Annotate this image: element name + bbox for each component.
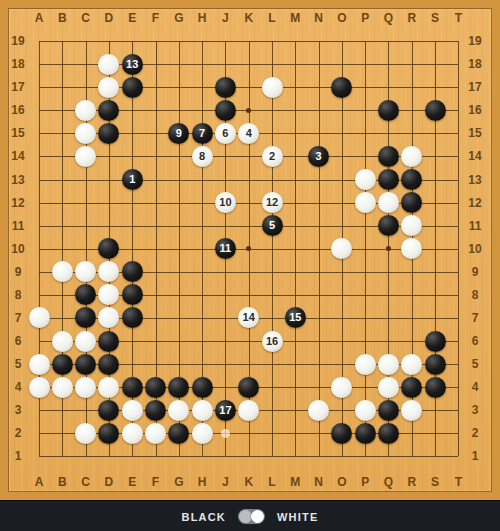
board-point[interactable] [51,76,74,99]
board-point[interactable] [400,306,423,329]
board-point[interactable] [307,76,330,99]
board-point[interactable] [447,422,470,445]
board-point[interactable] [237,145,260,168]
board-point[interactable] [284,145,307,168]
board-point[interactable] [97,237,120,260]
board-point[interactable] [51,191,74,214]
board-point[interactable] [237,283,260,306]
board-point[interactable] [144,30,167,53]
board-point[interactable] [144,122,167,145]
board-point[interactable] [74,99,97,122]
board-point[interactable] [447,99,470,122]
board-point[interactable] [284,122,307,145]
board-point[interactable] [284,422,307,445]
board-point[interactable] [423,214,446,237]
board-point[interactable] [354,399,377,422]
board-point[interactable] [97,145,120,168]
board-point[interactable] [214,376,237,399]
board-point[interactable] [144,306,167,329]
board-point[interactable] [260,422,283,445]
board-point[interactable] [167,30,190,53]
board-point[interactable] [354,237,377,260]
board-point[interactable] [97,99,120,122]
board-point[interactable] [260,237,283,260]
board-point[interactable] [423,30,446,53]
board-point[interactable] [260,399,283,422]
board-point[interactable] [190,422,213,445]
board-point[interactable] [400,445,423,468]
board-point[interactable] [400,237,423,260]
board-point[interactable] [190,214,213,237]
board-point[interactable] [74,283,97,306]
board-point[interactable] [423,122,446,145]
board-point[interactable] [214,145,237,168]
board-point[interactable] [260,283,283,306]
board-point[interactable] [284,76,307,99]
board-point[interactable] [377,122,400,145]
board-point[interactable] [51,445,74,468]
board-point[interactable] [330,330,353,353]
board-point[interactable] [51,99,74,122]
board-point[interactable] [354,422,377,445]
board-point[interactable] [400,76,423,99]
board-point[interactable] [260,76,283,99]
board-point[interactable] [423,76,446,99]
board-point[interactable] [354,76,377,99]
board-point[interactable] [423,306,446,329]
board-point[interactable] [354,168,377,191]
board-point[interactable] [167,99,190,122]
board-point[interactable] [51,260,74,283]
board-point[interactable] [330,145,353,168]
board-point[interactable] [74,145,97,168]
board-point[interactable] [237,99,260,122]
board-point[interactable] [214,168,237,191]
board-point[interactable] [190,283,213,306]
board-point[interactable] [167,306,190,329]
board-point[interactable] [144,399,167,422]
board-point[interactable] [284,214,307,237]
board-point[interactable] [307,445,330,468]
board-point[interactable] [121,30,144,53]
board-point[interactable] [214,445,237,468]
board-point[interactable] [447,122,470,145]
board-point[interactable] [27,353,50,376]
board-point[interactable] [330,122,353,145]
board-point[interactable] [237,76,260,99]
board-point[interactable] [307,376,330,399]
board-point[interactable] [423,283,446,306]
board-point[interactable] [74,30,97,53]
board-point[interactable] [330,445,353,468]
board-point[interactable]: 6 [214,122,237,145]
board-point[interactable] [400,191,423,214]
board-point[interactable] [214,99,237,122]
board-point[interactable]: 12 [260,191,283,214]
board-point[interactable] [167,353,190,376]
board-point[interactable] [330,30,353,53]
board-point[interactable] [423,53,446,76]
board-point[interactable] [121,376,144,399]
board-point[interactable] [51,306,74,329]
board-point[interactable] [190,399,213,422]
board-point[interactable] [284,445,307,468]
board-point[interactable] [400,330,423,353]
board-point[interactable] [144,168,167,191]
board-point[interactable] [214,214,237,237]
board-point[interactable] [447,353,470,376]
board-point[interactable] [27,237,50,260]
board-point[interactable] [260,30,283,53]
board-point[interactable] [423,399,446,422]
board-point[interactable] [97,168,120,191]
board-point[interactable] [51,376,74,399]
board-point[interactable] [121,214,144,237]
board-point[interactable]: 1 [121,168,144,191]
board-point[interactable] [377,53,400,76]
board-point[interactable]: 11 [214,237,237,260]
black-white-toggle[interactable] [238,509,265,524]
board-point[interactable] [97,30,120,53]
board-point[interactable] [167,399,190,422]
board-point[interactable] [354,30,377,53]
board-point[interactable] [330,306,353,329]
board-point[interactable] [51,214,74,237]
board-point[interactable] [214,76,237,99]
board-point[interactable] [27,53,50,76]
board-point[interactable] [354,330,377,353]
board-point[interactable] [400,422,423,445]
board-point[interactable] [97,445,120,468]
board-point[interactable] [121,260,144,283]
board-point[interactable] [330,260,353,283]
board-point[interactable] [121,191,144,214]
board-point[interactable] [27,306,50,329]
board-point[interactable] [377,99,400,122]
board-point[interactable] [400,260,423,283]
board-point[interactable] [284,260,307,283]
board-point[interactable] [260,445,283,468]
board-point[interactable] [447,376,470,399]
board-point[interactable] [121,99,144,122]
board-point[interactable] [121,445,144,468]
board-point[interactable] [190,260,213,283]
board-point[interactable] [400,399,423,422]
board-point[interactable] [354,306,377,329]
board-point[interactable] [400,30,423,53]
board-point[interactable] [190,376,213,399]
board-point[interactable] [260,306,283,329]
board-point[interactable] [51,237,74,260]
board-point[interactable] [400,214,423,237]
board-point[interactable] [377,330,400,353]
board-point[interactable] [74,122,97,145]
black-toggle-label[interactable]: BLACK [182,511,227,523]
board-point[interactable] [377,422,400,445]
board-point[interactable] [307,237,330,260]
board-point[interactable] [74,306,97,329]
board-point[interactable] [284,237,307,260]
board-point[interactable] [330,283,353,306]
board-point[interactable] [284,191,307,214]
board-point[interactable] [51,53,74,76]
board-point[interactable] [144,283,167,306]
board-point[interactable] [190,237,213,260]
board-point[interactable] [27,145,50,168]
board-point[interactable] [97,283,120,306]
board-point[interactable] [74,330,97,353]
board-point[interactable]: 2 [260,145,283,168]
board-point[interactable] [27,214,50,237]
board-point[interactable] [144,214,167,237]
board-point[interactable] [51,399,74,422]
board-point[interactable] [121,237,144,260]
board-point[interactable] [237,30,260,53]
board-point[interactable] [423,353,446,376]
board-point[interactable] [144,353,167,376]
board-point[interactable] [121,76,144,99]
board-point[interactable] [121,122,144,145]
board-point[interactable] [284,30,307,53]
board-point[interactable] [423,237,446,260]
board-point[interactable]: 4 [237,122,260,145]
board-point[interactable]: 8 [190,145,213,168]
board-point[interactable] [354,214,377,237]
board-point[interactable] [447,191,470,214]
board-point[interactable] [27,422,50,445]
board-point[interactable] [447,168,470,191]
board-point[interactable] [354,353,377,376]
board-point[interactable] [144,53,167,76]
board-point[interactable] [51,30,74,53]
board-point[interactable] [214,53,237,76]
board-point[interactable] [121,422,144,445]
board-point[interactable] [237,376,260,399]
board-point[interactable] [214,260,237,283]
board-point[interactable] [51,353,74,376]
board-point[interactable] [51,168,74,191]
board-point[interactable] [190,330,213,353]
board-point[interactable] [144,76,167,99]
board-point[interactable] [447,53,470,76]
board-point[interactable] [447,214,470,237]
board-point[interactable] [97,353,120,376]
board-point[interactable] [284,283,307,306]
board-point[interactable] [330,399,353,422]
board-point[interactable] [400,122,423,145]
board-point[interactable] [447,306,470,329]
board-point[interactable] [74,260,97,283]
board-point[interactable] [354,283,377,306]
board-point[interactable] [330,168,353,191]
board-point[interactable] [354,260,377,283]
board-point[interactable] [447,237,470,260]
board-point[interactable] [423,260,446,283]
board-point[interactable] [97,330,120,353]
board-point[interactable] [74,445,97,468]
board-point[interactable] [190,99,213,122]
board-point[interactable] [307,399,330,422]
board-point[interactable] [447,283,470,306]
board-point[interactable] [260,260,283,283]
board-point[interactable] [307,283,330,306]
board-point[interactable] [190,76,213,99]
board-point[interactable] [330,214,353,237]
board-point[interactable] [377,237,400,260]
board-point[interactable] [27,99,50,122]
board-point[interactable] [307,30,330,53]
board-point[interactable] [74,422,97,445]
board-point[interactable] [284,53,307,76]
board-point[interactable] [377,376,400,399]
board-point[interactable] [144,145,167,168]
board-point[interactable] [51,283,74,306]
board-point[interactable] [423,145,446,168]
board-point[interactable] [330,99,353,122]
board-point[interactable] [74,399,97,422]
board-point[interactable] [237,168,260,191]
board-point[interactable] [354,53,377,76]
board-point[interactable] [237,445,260,468]
board-point[interactable] [400,376,423,399]
board-point[interactable] [97,260,120,283]
board-point[interactable] [167,376,190,399]
board-point[interactable] [400,168,423,191]
board-point[interactable] [51,122,74,145]
board-point[interactable] [284,99,307,122]
board-point[interactable] [307,99,330,122]
board-point[interactable] [377,283,400,306]
board-point[interactable] [423,168,446,191]
board-point[interactable] [260,99,283,122]
board-point[interactable] [307,168,330,191]
board-point[interactable] [97,306,120,329]
board-point[interactable] [447,445,470,468]
board-point[interactable] [214,353,237,376]
board-point[interactable] [447,260,470,283]
board-point[interactable] [51,145,74,168]
board-point[interactable] [27,168,50,191]
white-toggle-label[interactable]: WHITE [277,511,318,523]
board-point[interactable]: 7 [190,122,213,145]
board-point[interactable] [167,445,190,468]
board-point[interactable] [423,376,446,399]
board-point[interactable] [167,214,190,237]
board-point[interactable] [51,330,74,353]
board-point[interactable] [284,330,307,353]
board-point[interactable] [214,30,237,53]
board-point[interactable] [167,168,190,191]
board-point[interactable] [27,76,50,99]
board-point[interactable]: 14 [237,306,260,329]
board-point[interactable] [74,237,97,260]
board-point[interactable] [377,76,400,99]
board-point[interactable] [447,330,470,353]
board-point[interactable] [330,191,353,214]
board-point[interactable] [423,422,446,445]
board-point[interactable] [167,260,190,283]
board-point[interactable] [400,145,423,168]
board-point[interactable] [121,399,144,422]
board-point[interactable] [260,353,283,376]
board-point[interactable] [167,53,190,76]
board-point[interactable] [400,99,423,122]
board-point[interactable] [74,76,97,99]
board-point[interactable] [167,145,190,168]
board-point[interactable] [144,260,167,283]
board-point[interactable] [330,53,353,76]
board-point[interactable] [214,330,237,353]
board-point[interactable] [377,30,400,53]
board-point[interactable] [307,353,330,376]
board-point[interactable] [237,191,260,214]
board-point[interactable]: 13 [121,53,144,76]
board-point[interactable]: 15 [284,306,307,329]
board-point[interactable] [27,399,50,422]
board-point[interactable] [400,353,423,376]
board-point[interactable] [307,191,330,214]
board-point[interactable]: 10 [214,191,237,214]
board-point[interactable] [144,191,167,214]
board-point[interactable] [97,422,120,445]
board-point[interactable] [260,53,283,76]
board-point[interactable] [167,422,190,445]
board-point[interactable] [167,237,190,260]
toggle-knob[interactable] [251,510,264,523]
board-point[interactable] [330,422,353,445]
board-point[interactable] [27,376,50,399]
board-point[interactable] [354,122,377,145]
board-point[interactable] [144,99,167,122]
board-point[interactable] [260,376,283,399]
board-point[interactable] [121,306,144,329]
board-point[interactable] [284,399,307,422]
board-point[interactable] [423,445,446,468]
board-point[interactable] [237,422,260,445]
board-point[interactable] [27,122,50,145]
board-point[interactable] [167,191,190,214]
board-point[interactable] [167,283,190,306]
board-point[interactable] [27,330,50,353]
board-point[interactable] [74,376,97,399]
board-point[interactable] [27,30,50,53]
board-point[interactable] [144,237,167,260]
board-point[interactable] [121,330,144,353]
board-point[interactable] [237,399,260,422]
board-point[interactable] [167,76,190,99]
board-point[interactable] [377,353,400,376]
board-point[interactable] [307,53,330,76]
board-point[interactable] [423,191,446,214]
board-point[interactable] [447,145,470,168]
board-point[interactable] [190,191,213,214]
board-point[interactable] [354,145,377,168]
board-point[interactable] [330,353,353,376]
board-point[interactable] [307,214,330,237]
board-point[interactable] [167,330,190,353]
board-point[interactable] [27,260,50,283]
board-point[interactable] [330,376,353,399]
board-point[interactable] [377,168,400,191]
board-point[interactable] [97,76,120,99]
board-point[interactable] [377,260,400,283]
board-point[interactable] [423,99,446,122]
board-point[interactable] [400,283,423,306]
board-point[interactable] [377,191,400,214]
board-point[interactable] [190,53,213,76]
board-point[interactable] [284,168,307,191]
board-point[interactable] [237,353,260,376]
